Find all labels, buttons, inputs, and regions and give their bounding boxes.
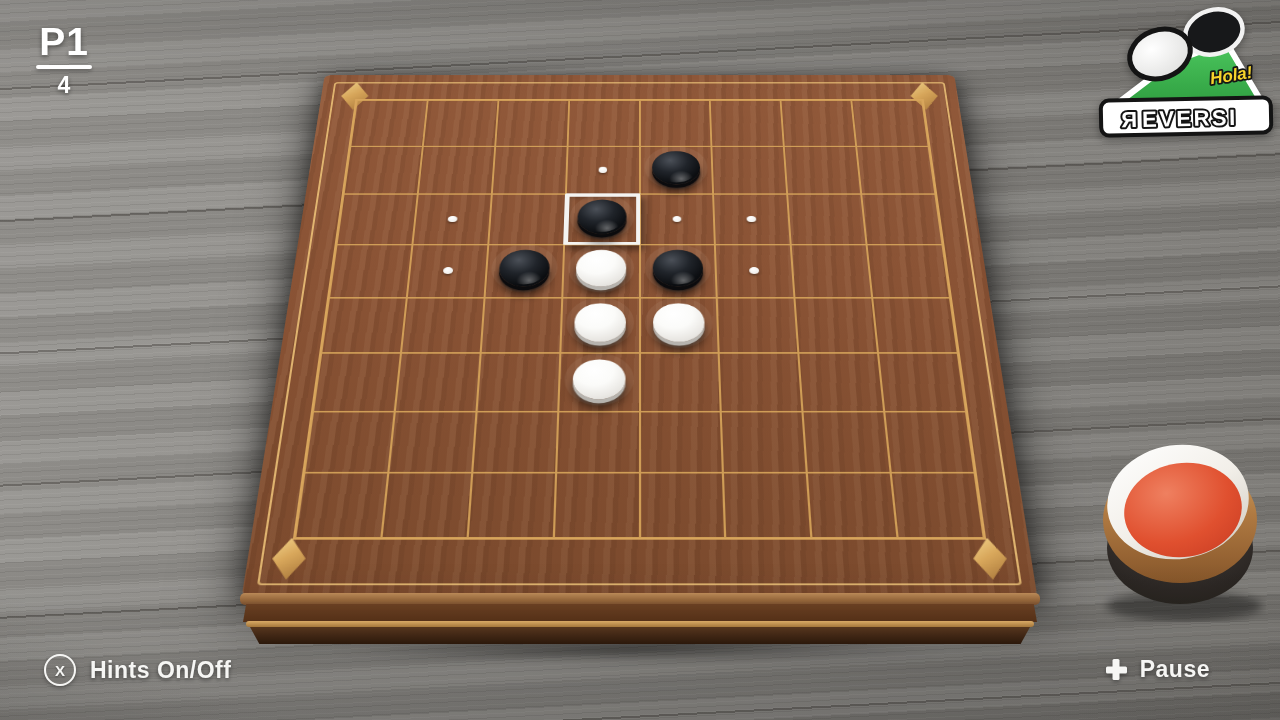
board-cell-h3[interactable] [861, 194, 942, 244]
board-cell-a1[interactable] [350, 100, 427, 146]
board-cell-b3[interactable] [412, 194, 491, 244]
board-cell-c4[interactable] [484, 245, 563, 298]
board-cell-c2[interactable] [492, 146, 568, 194]
board-cell-g4[interactable] [791, 245, 872, 298]
board-cell-f2[interactable] [712, 146, 788, 194]
player-label: P1 [34, 22, 94, 63]
board-cell-g8[interactable] [807, 473, 898, 538]
board-grid [293, 99, 986, 540]
board-side-face [243, 604, 1037, 622]
black-disc [577, 199, 627, 234]
board-cell-c3[interactable] [488, 194, 566, 244]
hints-toggle-button[interactable]: X Hints On/Off [44, 654, 231, 686]
board-cell-f3[interactable] [713, 194, 791, 244]
board-cell-g2[interactable] [784, 146, 861, 194]
board-cell-f4[interactable] [715, 245, 794, 298]
board-cell-e7[interactable] [640, 411, 724, 473]
board-cell-d3[interactable] [564, 194, 640, 244]
player-score-panel: P1 4 [34, 22, 94, 99]
logo-banner: R EVERSI [1101, 97, 1272, 136]
board-cell-d8[interactable] [553, 473, 639, 538]
board-cell-f6[interactable] [719, 353, 803, 411]
board-cell-h5[interactable] [872, 297, 957, 353]
board-cell-a2[interactable] [344, 146, 423, 194]
hint-move-dot[interactable] [749, 267, 759, 274]
board-cell-h4[interactable] [867, 245, 950, 298]
board-cell-c7[interactable] [472, 411, 558, 473]
board-cell-f8[interactable] [723, 473, 811, 538]
board-cell-c5[interactable] [480, 297, 562, 353]
teacup [1094, 436, 1266, 622]
hint-move-dot[interactable] [672, 216, 682, 223]
board-cell-f5[interactable] [717, 297, 799, 353]
board-edge-top [240, 593, 1040, 605]
board-base [250, 627, 1030, 644]
board-cell-g1[interactable] [781, 100, 856, 146]
board-cell-d6[interactable] [558, 353, 640, 411]
logo-title-rest: EVERSI [1142, 105, 1238, 132]
board-cell-d1[interactable] [567, 100, 639, 146]
board-cell-d4[interactable] [562, 245, 640, 298]
board-cell-a8[interactable] [295, 473, 388, 538]
board-cell-e2[interactable] [640, 146, 714, 194]
board-cell-c1[interactable] [495, 100, 569, 146]
score-divider [36, 65, 92, 69]
board-cell-c6[interactable] [476, 353, 560, 411]
hints-toggle-label: Hints On/Off [90, 657, 231, 684]
hint-move-dot[interactable] [443, 267, 453, 274]
board-cell-d2[interactable] [566, 146, 640, 194]
board-cell-c8[interactable] [467, 473, 555, 538]
black-disc [498, 250, 551, 286]
board-cell-e5[interactable] [640, 297, 720, 353]
board-cell-d7[interactable] [556, 411, 640, 473]
board-cell-b4[interactable] [407, 245, 488, 298]
pause-button[interactable]: Pause [1106, 656, 1210, 683]
board-cell-d5[interactable] [560, 297, 640, 353]
board-cell-e8[interactable] [640, 473, 726, 538]
board-cell-b7[interactable] [388, 411, 476, 473]
board-cell-a4[interactable] [329, 245, 412, 298]
white-disc [575, 250, 626, 286]
black-disc [652, 250, 703, 286]
board-cell-a6[interactable] [313, 353, 401, 411]
board-cell-a7[interactable] [304, 411, 394, 473]
board-cell-g6[interactable] [799, 353, 885, 411]
board-cell-h7[interactable] [884, 411, 974, 473]
board-cell-b1[interactable] [423, 100, 498, 146]
x-button-icon[interactable]: X [44, 654, 76, 686]
board-cell-e4[interactable] [640, 245, 718, 298]
board-cell-e3[interactable] [640, 194, 716, 244]
board-cell-h6[interactable] [878, 353, 966, 411]
white-disc [574, 303, 627, 341]
player-score: 4 [34, 72, 94, 99]
board-side-gold-trim [246, 621, 1034, 627]
plus-button-icon[interactable] [1106, 659, 1127, 680]
board-cell-f1[interactable] [710, 100, 784, 146]
board-cell-b6[interactable] [395, 353, 481, 411]
board-cell-b2[interactable] [418, 146, 495, 194]
white-disc [572, 359, 626, 399]
game-screen: P1 4 Hola! [0, 0, 1280, 720]
hint-move-dot[interactable] [447, 216, 457, 223]
board-cell-b8[interactable] [381, 473, 472, 538]
white-disc [653, 303, 706, 341]
board-cell-a5[interactable] [321, 297, 406, 353]
board-cell-h1[interactable] [851, 100, 928, 146]
black-disc [652, 151, 701, 184]
board-cell-h8[interactable] [891, 473, 984, 538]
pause-label: Pause [1140, 656, 1210, 683]
board-cell-h2[interactable] [856, 146, 935, 194]
board-cell-a3[interactable] [337, 194, 418, 244]
board-cell-e1[interactable] [640, 100, 712, 146]
game-logo: Hola! R EVERSI [1098, 2, 1274, 138]
board-cell-g7[interactable] [803, 411, 891, 473]
hint-move-dot[interactable] [598, 167, 607, 173]
board-cell-f7[interactable] [721, 411, 807, 473]
board-cell-e6[interactable] [640, 353, 722, 411]
board-cell-b5[interactable] [401, 297, 484, 353]
board-cell-g5[interactable] [795, 297, 878, 353]
logo-title-first-letter: R [1121, 107, 1138, 132]
hint-move-dot[interactable] [747, 216, 757, 223]
reversi-board [242, 75, 1038, 596]
board-surface [242, 75, 1038, 596]
x-button-glyph: X [55, 662, 65, 679]
board-cell-g3[interactable] [787, 194, 866, 244]
